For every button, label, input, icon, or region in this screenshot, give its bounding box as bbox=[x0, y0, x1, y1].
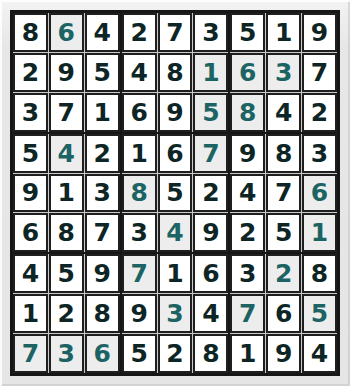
sudoku-cell-r2c5[interactable]: 8 bbox=[158, 53, 193, 92]
sudoku-cell-r7c3[interactable]: 9 bbox=[85, 254, 120, 293]
sudoku-block-8: 716934528 bbox=[122, 254, 229, 373]
sudoku-cell-r1c9[interactable]: 9 bbox=[302, 13, 337, 52]
sudoku-cell-r8c8[interactable]: 6 bbox=[266, 294, 301, 333]
sudoku-cell-r9c2[interactable]: 3 bbox=[49, 334, 84, 373]
sudoku-cell-r1c7[interactable]: 5 bbox=[230, 13, 265, 52]
sudoku-block-3: 519637842 bbox=[230, 13, 337, 132]
sudoku-cell-r3c9[interactable]: 2 bbox=[302, 93, 337, 132]
sudoku-cell-r5c5[interactable]: 5 bbox=[158, 174, 193, 213]
sudoku-cell-r8c7[interactable]: 7 bbox=[230, 294, 265, 333]
sudoku-cell-r4c4[interactable]: 1 bbox=[122, 134, 157, 173]
sudoku-cell-r5c3[interactable]: 3 bbox=[85, 174, 120, 213]
sudoku-cell-r7c4[interactable]: 7 bbox=[122, 254, 157, 293]
sudoku-cell-r8c4[interactable]: 9 bbox=[122, 294, 157, 333]
sudoku-cell-r3c1[interactable]: 3 bbox=[13, 93, 48, 132]
sudoku-cell-r7c7[interactable]: 3 bbox=[230, 254, 265, 293]
sudoku-cell-r4c5[interactable]: 6 bbox=[158, 134, 193, 173]
sudoku-cell-r6c9[interactable]: 1 bbox=[302, 213, 337, 252]
sudoku-cell-r1c3[interactable]: 4 bbox=[85, 13, 120, 52]
page-background: 8642953712734816955196378425429136871678… bbox=[0, 0, 350, 386]
sudoku-cell-r9c1[interactable]: 7 bbox=[13, 334, 48, 373]
sudoku-cell-r1c6[interactable]: 3 bbox=[193, 13, 228, 52]
sudoku-cell-r4c2[interactable]: 4 bbox=[49, 134, 84, 173]
sudoku-cell-r2c1[interactable]: 2 bbox=[13, 53, 48, 92]
sudoku-cell-r4c3[interactable]: 2 bbox=[85, 134, 120, 173]
sudoku-cell-r2c3[interactable]: 5 bbox=[85, 53, 120, 92]
sudoku-cell-r3c3[interactable]: 1 bbox=[85, 93, 120, 132]
sudoku-block-7: 459128736 bbox=[13, 254, 120, 373]
sudoku-cell-r8c9[interactable]: 5 bbox=[302, 294, 337, 333]
sudoku-cell-r3c7[interactable]: 8 bbox=[230, 93, 265, 132]
sudoku-cell-r5c6[interactable]: 2 bbox=[193, 174, 228, 213]
sudoku-cell-r3c6[interactable]: 5 bbox=[193, 93, 228, 132]
sudoku-cell-r8c2[interactable]: 2 bbox=[49, 294, 84, 333]
sudoku-block-1: 864295371 bbox=[13, 13, 120, 132]
sudoku-cell-r1c1[interactable]: 8 bbox=[13, 13, 48, 52]
sudoku-cell-r8c1[interactable]: 1 bbox=[13, 294, 48, 333]
sudoku-cell-r9c8[interactable]: 9 bbox=[266, 334, 301, 373]
sudoku-block-2: 273481695 bbox=[122, 13, 229, 132]
sudoku-cell-r9c7[interactable]: 1 bbox=[230, 334, 265, 373]
sudoku-cell-r5c2[interactable]: 1 bbox=[49, 174, 84, 213]
sudoku-cell-r7c5[interactable]: 1 bbox=[158, 254, 193, 293]
sudoku-cell-r7c9[interactable]: 8 bbox=[302, 254, 337, 293]
sudoku-block-9: 328765194 bbox=[230, 254, 337, 373]
sudoku-cell-r8c6[interactable]: 4 bbox=[193, 294, 228, 333]
sudoku-cell-r4c7[interactable]: 9 bbox=[230, 134, 265, 173]
sudoku-cell-r7c6[interactable]: 6 bbox=[193, 254, 228, 293]
sudoku-board: 8642953712734816955196378425429136871678… bbox=[10, 10, 340, 376]
sudoku-cell-r8c3[interactable]: 8 bbox=[85, 294, 120, 333]
sudoku-cell-r9c9[interactable]: 4 bbox=[302, 334, 337, 373]
sudoku-cell-r6c4[interactable]: 3 bbox=[122, 213, 157, 252]
sudoku-cell-r1c2[interactable]: 6 bbox=[49, 13, 84, 52]
sudoku-cell-r2c8[interactable]: 3 bbox=[266, 53, 301, 92]
sudoku-cell-r7c2[interactable]: 5 bbox=[49, 254, 84, 293]
sudoku-cell-r8c5[interactable]: 3 bbox=[158, 294, 193, 333]
sudoku-cell-r2c6[interactable]: 1 bbox=[193, 53, 228, 92]
sudoku-cell-r6c8[interactable]: 5 bbox=[266, 213, 301, 252]
sudoku-cell-r2c9[interactable]: 7 bbox=[302, 53, 337, 92]
sudoku-cell-r7c1[interactable]: 4 bbox=[13, 254, 48, 293]
sudoku-block-4: 542913687 bbox=[13, 134, 120, 253]
sudoku-cell-r6c2[interactable]: 8 bbox=[49, 213, 84, 252]
sudoku-cell-r5c8[interactable]: 7 bbox=[266, 174, 301, 213]
sudoku-cell-r6c1[interactable]: 6 bbox=[13, 213, 48, 252]
sudoku-cell-r9c5[interactable]: 2 bbox=[158, 334, 193, 373]
sudoku-cell-r5c4[interactable]: 8 bbox=[122, 174, 157, 213]
sudoku-cell-r5c9[interactable]: 6 bbox=[302, 174, 337, 213]
sudoku-cell-r2c4[interactable]: 4 bbox=[122, 53, 157, 92]
sudoku-cell-r1c8[interactable]: 1 bbox=[266, 13, 301, 52]
sudoku-cell-r3c2[interactable]: 7 bbox=[49, 93, 84, 132]
sudoku-block-5: 167852349 bbox=[122, 134, 229, 253]
sudoku-cell-r3c5[interactable]: 9 bbox=[158, 93, 193, 132]
sudoku-cell-r2c7[interactable]: 6 bbox=[230, 53, 265, 92]
sudoku-cell-r6c5[interactable]: 4 bbox=[158, 213, 193, 252]
sudoku-cell-r3c8[interactable]: 4 bbox=[266, 93, 301, 132]
sudoku-cell-r1c5[interactable]: 7 bbox=[158, 13, 193, 52]
sudoku-cell-r6c6[interactable]: 9 bbox=[193, 213, 228, 252]
sudoku-block-6: 983476251 bbox=[230, 134, 337, 253]
sudoku-cell-r4c9[interactable]: 3 bbox=[302, 134, 337, 173]
sudoku-cell-r3c4[interactable]: 6 bbox=[122, 93, 157, 132]
sudoku-cell-r5c1[interactable]: 9 bbox=[13, 174, 48, 213]
sudoku-cell-r6c3[interactable]: 7 bbox=[85, 213, 120, 252]
sudoku-cell-r9c4[interactable]: 5 bbox=[122, 334, 157, 373]
sudoku-cell-r1c4[interactable]: 2 bbox=[122, 13, 157, 52]
sudoku-cell-r6c7[interactable]: 2 bbox=[230, 213, 265, 252]
sudoku-cell-r4c1[interactable]: 5 bbox=[13, 134, 48, 173]
sudoku-cell-r9c3[interactable]: 6 bbox=[85, 334, 120, 373]
sudoku-cell-r4c8[interactable]: 8 bbox=[266, 134, 301, 173]
sudoku-cell-r2c2[interactable]: 9 bbox=[49, 53, 84, 92]
sudoku-cell-r9c6[interactable]: 8 bbox=[193, 334, 228, 373]
sudoku-cell-r5c7[interactable]: 4 bbox=[230, 174, 265, 213]
sudoku-cell-r7c8[interactable]: 2 bbox=[266, 254, 301, 293]
sudoku-cell-r4c6[interactable]: 7 bbox=[193, 134, 228, 173]
